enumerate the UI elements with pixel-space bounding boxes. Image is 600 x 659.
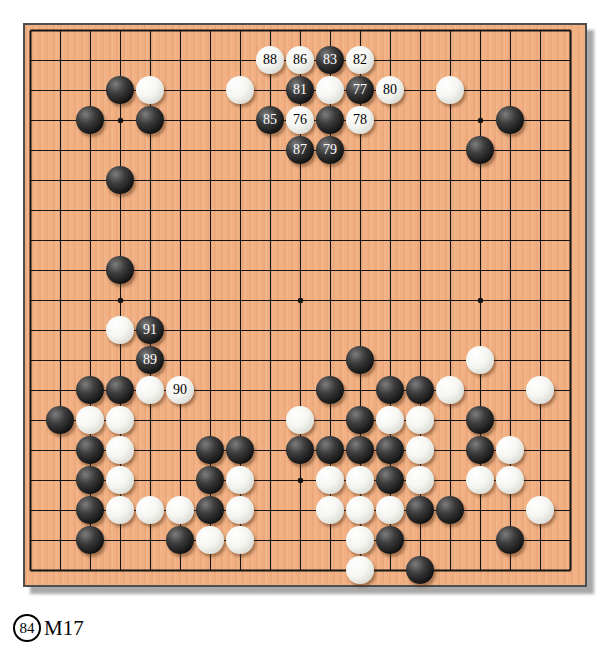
stone-black (316, 376, 344, 404)
page: 888683828177808576788779918990 84 M17 (0, 0, 600, 659)
stone-white (226, 466, 254, 494)
stone-black (136, 106, 164, 134)
stone-black (76, 526, 104, 554)
stone-white (106, 316, 134, 344)
stone-white (346, 556, 374, 584)
stone-black (106, 256, 134, 284)
stone-black (346, 436, 374, 464)
stone-black (406, 496, 434, 524)
stone-white (106, 466, 134, 494)
stone-white (406, 436, 434, 464)
stone-white (166, 496, 194, 524)
stone-white (106, 496, 134, 524)
stone-white (136, 76, 164, 104)
stone-white: 90 (166, 376, 194, 404)
stone-white (436, 76, 464, 104)
stone-black (76, 496, 104, 524)
stone-black (106, 76, 134, 104)
stone-white (406, 466, 434, 494)
stone-white (136, 496, 164, 524)
stone-black (46, 406, 74, 434)
stone-white (436, 376, 464, 404)
stone-black (76, 106, 104, 134)
stone-black: 85 (256, 106, 284, 134)
stone-black (346, 406, 374, 434)
stone-white (226, 496, 254, 524)
stone-black (376, 526, 404, 554)
stone-white (466, 466, 494, 494)
stone-white (196, 526, 224, 554)
stone-black (496, 526, 524, 554)
stone-white (106, 406, 134, 434)
stone-black (106, 376, 134, 404)
stone-white (226, 76, 254, 104)
stone-black (196, 436, 224, 464)
stone-black (106, 166, 134, 194)
stone-black (166, 526, 194, 554)
stone-white (346, 496, 374, 524)
stone-black (376, 376, 404, 404)
stone-black (376, 466, 404, 494)
stone-black: 87 (286, 136, 314, 164)
go-board: 888683828177808576788779918990 (23, 23, 587, 587)
stone-white (76, 406, 104, 434)
stone-black (76, 376, 104, 404)
stone-black (196, 466, 224, 494)
stone-white (526, 496, 554, 524)
stone-white (316, 466, 344, 494)
stone-black (466, 406, 494, 434)
stone-black (466, 436, 494, 464)
stone-black (76, 466, 104, 494)
stone-white (406, 406, 434, 434)
stone-black (316, 436, 344, 464)
stone-white: 88 (256, 46, 284, 74)
stone-white: 82 (346, 46, 374, 74)
stone-white (316, 76, 344, 104)
move-annotation: 84 M17 (13, 613, 84, 643)
stone-white (376, 496, 404, 524)
move-84-white-stone-icon: 84 (13, 614, 41, 642)
stone-white (466, 346, 494, 374)
stone-black (316, 106, 344, 134)
stone-white: 76 (286, 106, 314, 134)
stone-black (346, 346, 374, 374)
stone-black (466, 136, 494, 164)
stone-black (376, 436, 404, 464)
stone-white (346, 466, 374, 494)
stone-black: 89 (136, 346, 164, 374)
stone-white (376, 406, 404, 434)
stone-black: 81 (286, 76, 314, 104)
stone-white: 78 (346, 106, 374, 134)
stone-black: 77 (346, 76, 374, 104)
stone-black: 83 (316, 46, 344, 74)
stone-white (496, 436, 524, 464)
stone-white (346, 526, 374, 554)
stone-white (526, 376, 554, 404)
stone-black (436, 496, 464, 524)
stone-white (496, 466, 524, 494)
stone-black (406, 376, 434, 404)
stone-black: 79 (316, 136, 344, 164)
stone-white: 86 (286, 46, 314, 74)
stone-white: 80 (376, 76, 404, 104)
stone-black (226, 436, 254, 464)
stone-white (316, 496, 344, 524)
stone-black (196, 496, 224, 524)
move-84-location: M17 (44, 616, 84, 641)
stone-black: 91 (136, 316, 164, 344)
stone-black (406, 556, 434, 584)
stone-black (76, 436, 104, 464)
stone-white (226, 526, 254, 554)
stone-black (496, 106, 524, 134)
stone-black (286, 436, 314, 464)
stone-white (106, 436, 134, 464)
stone-white (136, 376, 164, 404)
stone-white (286, 406, 314, 434)
